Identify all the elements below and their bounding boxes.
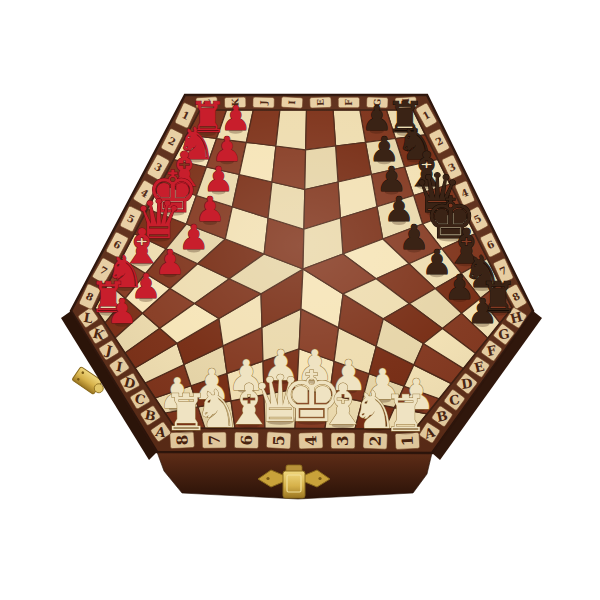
piece-red-p: ♟ (107, 291, 137, 331)
piece-black-p: ♟ (467, 291, 497, 331)
three-player-chess-board: 87654321ABCDEFGHABCDIJKLLKJIEFGH12345678… (0, 0, 600, 600)
label-lower_right-3: D (460, 375, 473, 392)
cell-red-6-3 (272, 146, 306, 190)
label-top-2: J (259, 100, 269, 105)
product-photo: 87654321ABCDEFGHABCDIJKLLKJIEFGH12345678… (0, 0, 600, 600)
cell-red-7-3 (276, 110, 307, 150)
cell-black-0-3 (306, 110, 336, 150)
label-top-3: I (287, 100, 297, 105)
label-top-4: E (316, 99, 326, 106)
cell-red-6-2 (239, 142, 276, 182)
label-top-5: F (344, 99, 354, 106)
piece-white-r: ♜ (163, 384, 208, 442)
piece-white-r: ♜ (383, 385, 428, 443)
